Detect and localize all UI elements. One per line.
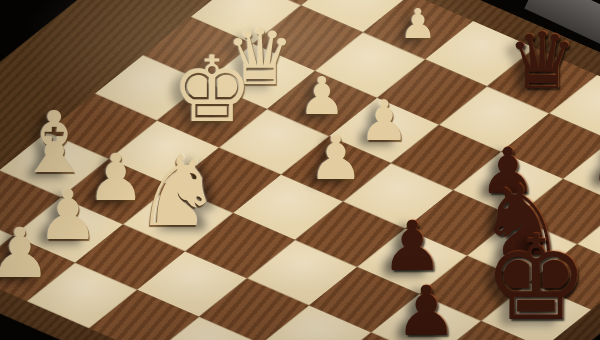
black-pawn-f7[interactable]: ♟	[392, 277, 461, 340]
white-pawn-a3[interactable]: ♟	[398, 4, 439, 45]
white-pawn-h2[interactable]: ♟	[0, 219, 55, 288]
white-king-d2[interactable]: ♚	[166, 44, 257, 135]
black-queen-a5[interactable]: ♛	[503, 23, 581, 101]
white-pawn-d4[interactable]: ♟	[305, 127, 366, 188]
pieces-layer: ♚♛♝♞♟♟♟♟♟♟♟♚♛♞♟♟♟♟	[0, 0, 600, 340]
black-pawn-b7[interactable]: ♟	[587, 130, 600, 192]
black-king-e8[interactable]: ♚	[477, 220, 594, 337]
photo-frame: ♚♛♝♞♟♟♟♟♟♟♟♚♛♞♟♟♟♟	[0, 0, 600, 340]
white-pawn-c3[interactable]: ♟	[296, 70, 348, 122]
white-knight-f3[interactable]: ♞	[129, 142, 227, 240]
